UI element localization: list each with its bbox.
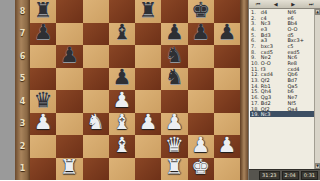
square-a3[interactable]: ♟ — [30, 113, 56, 136]
rank-label-1: 1 — [20, 158, 26, 181]
white-rook-f1[interactable]: ♜ — [165, 157, 184, 177]
square-b6[interactable]: ♟ — [56, 45, 82, 68]
square-b1[interactable]: ♜ — [56, 158, 82, 181]
square-h7[interactable]: ♟ — [214, 23, 240, 46]
board-frame-left: 87654321 — [15, 0, 30, 180]
square-e4[interactable] — [135, 90, 161, 113]
square-c7[interactable] — [83, 23, 109, 46]
rank-label-2: 2 — [20, 135, 26, 158]
square-a5[interactable] — [30, 68, 56, 91]
clock-value-2: 2:04 — [282, 171, 299, 180]
square-f3[interactable]: ♟ — [161, 113, 187, 136]
square-c2[interactable] — [83, 135, 109, 158]
square-f2[interactable]: ♛ — [161, 135, 187, 158]
square-g4[interactable] — [188, 90, 214, 113]
step-back-button[interactable]: ◀ — [271, 0, 281, 8]
square-f7[interactable]: ♟ — [161, 23, 187, 46]
chess-board[interactable]: ♜♜♚♟♝♟♟♟♟♞♟♞♛♟♟♞♝♟♟♝♛♟♟♜♜♚ — [30, 0, 240, 180]
square-g3[interactable] — [188, 113, 214, 136]
clock-value-3: 0:31 — [301, 171, 318, 180]
square-h3[interactable] — [214, 113, 240, 136]
square-f6[interactable]: ♞ — [161, 45, 187, 68]
rank-label-5: 5 — [20, 68, 26, 91]
square-h6[interactable] — [214, 45, 240, 68]
square-e7[interactable] — [135, 23, 161, 46]
square-d4[interactable]: ♟ — [109, 90, 135, 113]
rank-label-8: 8 — [20, 0, 26, 23]
square-b4[interactable] — [56, 90, 82, 113]
black-knight-f6[interactable]: ♞ — [165, 45, 184, 65]
rank-label-4: 4 — [20, 90, 26, 113]
square-e2[interactable] — [135, 135, 161, 158]
white-pawn-f3[interactable]: ♟ — [165, 112, 184, 132]
square-e8[interactable]: ♜ — [135, 0, 161, 23]
black-knight-f5[interactable]: ♞ — [165, 67, 184, 87]
square-b3[interactable] — [56, 113, 82, 136]
square-c4[interactable] — [83, 90, 109, 113]
square-h2[interactable]: ♟ — [214, 135, 240, 158]
square-a4[interactable]: ♛ — [30, 90, 56, 113]
black-move[interactable]: Qa4 — [287, 106, 314, 112]
square-g2[interactable]: ♟ — [188, 135, 214, 158]
black-bishop-d7[interactable]: ♝ — [112, 22, 131, 42]
square-e3[interactable]: ♟ — [135, 113, 161, 136]
square-g6[interactable] — [188, 45, 214, 68]
white-move[interactable]: Nc3 — [261, 111, 288, 117]
go-start-button[interactable]: ⏮ — [253, 0, 264, 8]
white-king-g1[interactable]: ♚ — [191, 157, 210, 177]
white-bishop-d3[interactable]: ♝ — [112, 112, 131, 132]
black-rook-e8[interactable]: ♜ — [139, 0, 158, 20]
square-e5[interactable] — [135, 68, 161, 91]
clock-status-bar: 31:232:040:31 — [249, 169, 320, 180]
rank-label-6: 6 — [20, 45, 26, 68]
black-queen-a4[interactable]: ♛ — [34, 90, 53, 110]
square-a6[interactable] — [30, 45, 56, 68]
black-rook-a8[interactable]: ♜ — [34, 0, 53, 20]
square-d5[interactable]: ♟ — [109, 68, 135, 91]
move-list-panel: ⏮◀▶⏭ 1.d4Nf62.c4e63.Nc3Bb44.e3O-O5.Bd3d5… — [248, 0, 320, 180]
white-pawn-e3[interactable]: ♟ — [139, 112, 158, 132]
square-a7[interactable]: ♟ — [30, 23, 56, 46]
rank-label-7: 7 — [20, 23, 26, 46]
white-pawn-a3[interactable]: ♟ — [34, 112, 53, 132]
move-list-scrollbar[interactable]: ▲ ▼ — [314, 9, 320, 169]
clock-value-1: 31:23 — [259, 171, 279, 180]
move-row-19[interactable]: 19.Nc3 — [250, 111, 314, 117]
square-c1[interactable] — [83, 158, 109, 181]
square-f4[interactable] — [161, 90, 187, 113]
move-list[interactable]: 1.d4Nf62.c4e63.Nc3Bb44.e3O-O5.Bd3d56.a3B… — [249, 9, 314, 169]
square-c6[interactable] — [83, 45, 109, 68]
square-g8[interactable]: ♚ — [188, 0, 214, 23]
white-pawn-h2[interactable]: ♟ — [217, 135, 236, 155]
square-c5[interactable] — [83, 68, 109, 91]
square-g1[interactable]: ♚ — [188, 158, 214, 181]
scroll-up-icon[interactable]: ▲ — [315, 9, 320, 15]
square-b5[interactable] — [56, 68, 82, 91]
square-c8[interactable] — [83, 0, 109, 23]
square-e1[interactable] — [135, 158, 161, 181]
square-h5[interactable] — [214, 68, 240, 91]
black-king-g8[interactable]: ♚ — [191, 0, 210, 20]
square-h1[interactable] — [214, 158, 240, 181]
move-number: 19. — [250, 111, 261, 117]
square-f5[interactable]: ♞ — [161, 68, 187, 91]
white-pawn-d4[interactable]: ♟ — [112, 90, 131, 110]
go-end-button[interactable]: ⏭ — [306, 0, 317, 8]
square-d3[interactable]: ♝ — [109, 113, 135, 136]
chess-app-window: 87654321 ♜♜♚♟♝♟♟♟♟♞♟♞♛♟♟♞♝♟♟♝♛♟♟♜♜♚ ⏮◀▶⏭… — [0, 0, 320, 180]
black-pawn-f7[interactable]: ♟ — [165, 22, 184, 42]
square-d7[interactable]: ♝ — [109, 23, 135, 46]
square-d1[interactable] — [109, 158, 135, 181]
board-frame-right — [240, 0, 248, 180]
white-knight-c3[interactable]: ♞ — [86, 112, 105, 132]
square-b7[interactable] — [56, 23, 82, 46]
black-pawn-g7[interactable]: ♟ — [191, 22, 210, 42]
step-forward-button[interactable]: ▶ — [288, 0, 298, 8]
rank-label-3: 3 — [20, 113, 26, 136]
square-d2[interactable]: ♝ — [109, 135, 135, 158]
black-pawn-b6[interactable]: ♟ — [60, 45, 79, 65]
square-a1[interactable] — [30, 158, 56, 181]
black-pawn-d5[interactable]: ♟ — [112, 67, 131, 87]
square-c3[interactable]: ♞ — [83, 113, 109, 136]
white-pawn-g2[interactable]: ♟ — [191, 135, 210, 155]
black-pawn-a7[interactable]: ♟ — [34, 22, 53, 42]
square-f1[interactable]: ♜ — [161, 158, 187, 181]
square-h4[interactable] — [214, 90, 240, 113]
move-navigation-toolbar: ⏮◀▶⏭ — [249, 0, 320, 9]
square-g7[interactable]: ♟ — [188, 23, 214, 46]
square-b8[interactable] — [56, 0, 82, 23]
square-a8[interactable]: ♜ — [30, 0, 56, 23]
square-h8[interactable] — [214, 0, 240, 23]
square-g5[interactable] — [188, 68, 214, 91]
square-b2[interactable] — [56, 135, 82, 158]
white-rook-b1[interactable]: ♜ — [60, 157, 79, 177]
white-queen-f2[interactable]: ♛ — [165, 135, 184, 155]
square-f8[interactable] — [161, 0, 187, 23]
square-d8[interactable] — [109, 0, 135, 23]
black-pawn-h7[interactable]: ♟ — [217, 22, 236, 42]
square-d6[interactable] — [109, 45, 135, 68]
square-e6[interactable] — [135, 45, 161, 68]
square-a2[interactable] — [30, 135, 56, 158]
white-bishop-d2[interactable]: ♝ — [112, 135, 131, 155]
